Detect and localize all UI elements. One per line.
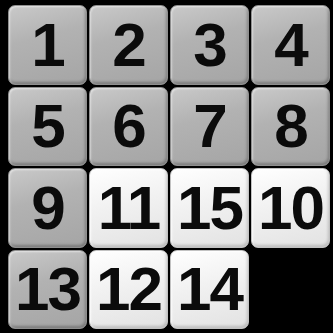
puzzle-stage: 123456789111510131214: [0, 0, 333, 333]
tile-15[interactable]: 15: [170, 168, 249, 248]
tile-6[interactable]: 6: [89, 87, 168, 167]
tile-12[interactable]: 12: [89, 250, 168, 330]
tile-8[interactable]: 8: [251, 87, 330, 167]
tile-7[interactable]: 7: [170, 87, 249, 167]
tile-14[interactable]: 14: [170, 250, 249, 330]
tile-13[interactable]: 13: [8, 250, 87, 330]
tile-5[interactable]: 5: [8, 87, 87, 167]
tile-3[interactable]: 3: [170, 5, 249, 85]
empty-cell: [251, 250, 330, 330]
tile-11[interactable]: 11: [89, 168, 168, 248]
tile-1[interactable]: 1: [8, 5, 87, 85]
tile-10[interactable]: 10: [251, 168, 330, 248]
puzzle-board: 123456789111510131214: [8, 5, 330, 329]
tile-9[interactable]: 9: [8, 168, 87, 248]
tile-4[interactable]: 4: [251, 5, 330, 85]
tile-2[interactable]: 2: [89, 5, 168, 85]
